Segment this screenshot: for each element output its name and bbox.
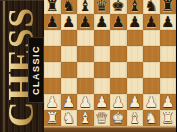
square-g2[interactable]: ♟ — [143, 94, 160, 110]
white-knight[interactable]: ♞ — [62, 111, 75, 126]
square-c2[interactable]: ♟ — [77, 94, 94, 110]
white-pawn[interactable]: ♟ — [128, 95, 141, 110]
square-g3[interactable] — [143, 78, 160, 94]
black-queen[interactable]: ♛ — [95, 0, 108, 14]
game-subtitle-badge: CLASSIC — [28, 37, 44, 103]
square-h6[interactable] — [160, 30, 177, 46]
square-d6[interactable] — [94, 30, 111, 46]
white-rook[interactable]: ♜ — [46, 111, 59, 126]
square-h2[interactable]: ♟ — [160, 94, 177, 110]
white-pawn[interactable]: ♟ — [46, 95, 59, 110]
square-d1[interactable]: ♛ — [94, 110, 111, 126]
square-a7[interactable]: ♟ — [44, 14, 61, 30]
square-e7[interactable]: ♟ — [110, 14, 127, 30]
white-pawn[interactable]: ♟ — [112, 95, 125, 110]
square-h8[interactable]: ♜ — [160, 0, 177, 14]
square-a4[interactable] — [44, 62, 61, 78]
square-c8[interactable]: ♝ — [77, 0, 94, 14]
black-pawn[interactable]: ♟ — [161, 15, 174, 30]
white-pawn[interactable]: ♟ — [95, 95, 108, 110]
chess-classic-window: CHESS CLASSIC ♜♞♝♛♚♝♞♜♟♟♟♟♟♟♟♟♟♟♟♟♟♟♟♟♜♞… — [0, 0, 176, 132]
white-bishop[interactable]: ♝ — [79, 111, 92, 126]
square-a8[interactable]: ♜ — [44, 0, 61, 14]
white-pawn[interactable]: ♟ — [145, 95, 158, 110]
square-b2[interactable]: ♟ — [61, 94, 78, 110]
square-b8[interactable]: ♞ — [61, 0, 78, 14]
square-g1[interactable]: ♞ — [143, 110, 160, 126]
square-c7[interactable]: ♟ — [77, 14, 94, 30]
square-h5[interactable] — [160, 46, 177, 62]
square-b3[interactable] — [61, 78, 78, 94]
square-d5[interactable] — [94, 46, 111, 62]
square-b7[interactable]: ♟ — [61, 14, 78, 30]
game-subtitle: CLASSIC — [30, 45, 42, 95]
square-e4[interactable] — [110, 62, 127, 78]
black-pawn[interactable]: ♟ — [62, 15, 75, 30]
black-king[interactable]: ♚ — [112, 0, 125, 14]
white-pawn[interactable]: ♟ — [161, 95, 174, 110]
square-d3[interactable] — [94, 78, 111, 94]
black-pawn[interactable]: ♟ — [145, 15, 158, 30]
square-d4[interactable] — [94, 62, 111, 78]
square-f1[interactable]: ♝ — [127, 110, 144, 126]
black-bishop[interactable]: ♝ — [128, 0, 141, 14]
square-f7[interactable]: ♟ — [127, 14, 144, 30]
black-pawn[interactable]: ♟ — [46, 15, 59, 30]
white-knight[interactable]: ♞ — [145, 111, 158, 126]
black-bishop[interactable]: ♝ — [79, 0, 92, 14]
square-c3[interactable] — [77, 78, 94, 94]
board-bottom-edge — [44, 126, 176, 132]
square-c5[interactable] — [77, 46, 94, 62]
square-d8[interactable]: ♛ — [94, 0, 111, 14]
square-e3[interactable] — [110, 78, 127, 94]
square-b5[interactable] — [61, 46, 78, 62]
square-g8[interactable]: ♞ — [143, 0, 160, 14]
black-pawn[interactable]: ♟ — [112, 15, 125, 30]
black-pawn[interactable]: ♟ — [79, 15, 92, 30]
square-b4[interactable] — [61, 62, 78, 78]
square-b6[interactable] — [61, 30, 78, 46]
square-g7[interactable]: ♟ — [143, 14, 160, 30]
square-e5[interactable] — [110, 46, 127, 62]
square-g6[interactable] — [143, 30, 160, 46]
black-rook[interactable]: ♜ — [46, 0, 59, 14]
white-rook[interactable]: ♜ — [161, 111, 174, 126]
square-a6[interactable] — [44, 30, 61, 46]
square-a5[interactable] — [44, 46, 61, 62]
chess-board[interactable]: ♜♞♝♛♚♝♞♜♟♟♟♟♟♟♟♟♟♟♟♟♟♟♟♟♜♞♝♛♚♝♞♜ — [44, 0, 176, 132]
white-king[interactable]: ♚ — [112, 111, 125, 126]
board-grid: ♜♞♝♛♚♝♞♜♟♟♟♟♟♟♟♟♟♟♟♟♟♟♟♟♜♞♝♛♚♝♞♜ — [44, 0, 176, 126]
square-h7[interactable]: ♟ — [160, 14, 177, 30]
square-c1[interactable]: ♝ — [77, 110, 94, 126]
white-bishop[interactable]: ♝ — [128, 111, 141, 126]
black-pawn[interactable]: ♟ — [128, 15, 141, 30]
square-h3[interactable] — [160, 78, 177, 94]
square-a1[interactable]: ♜ — [44, 110, 61, 126]
square-a3[interactable] — [44, 78, 61, 94]
square-f5[interactable] — [127, 46, 144, 62]
title-panel: CHESS CLASSIC — [0, 0, 44, 132]
square-e2[interactable]: ♟ — [110, 94, 127, 110]
square-c4[interactable] — [77, 62, 94, 78]
square-d7[interactable]: ♟ — [94, 14, 111, 30]
square-f6[interactable] — [127, 30, 144, 46]
square-a2[interactable]: ♟ — [44, 94, 61, 110]
square-d2[interactable]: ♟ — [94, 94, 111, 110]
white-pawn[interactable]: ♟ — [62, 95, 75, 110]
square-f3[interactable] — [127, 78, 144, 94]
black-knight[interactable]: ♞ — [145, 0, 158, 14]
black-pawn[interactable]: ♟ — [95, 15, 108, 30]
square-g4[interactable] — [143, 62, 160, 78]
square-f8[interactable]: ♝ — [127, 0, 144, 14]
square-h1[interactable]: ♜ — [160, 110, 177, 126]
black-rook[interactable]: ♜ — [161, 0, 174, 14]
square-e6[interactable] — [110, 30, 127, 46]
white-pawn[interactable]: ♟ — [79, 95, 92, 110]
square-e1[interactable]: ♚ — [110, 110, 127, 126]
square-f2[interactable]: ♟ — [127, 94, 144, 110]
black-knight[interactable]: ♞ — [62, 0, 75, 14]
square-g5[interactable] — [143, 46, 160, 62]
square-f4[interactable] — [127, 62, 144, 78]
square-b1[interactable]: ♞ — [61, 110, 78, 126]
square-h4[interactable] — [160, 62, 177, 78]
white-queen[interactable]: ♛ — [95, 111, 108, 126]
square-c6[interactable] — [77, 30, 94, 46]
square-e8[interactable]: ♚ — [110, 0, 127, 14]
